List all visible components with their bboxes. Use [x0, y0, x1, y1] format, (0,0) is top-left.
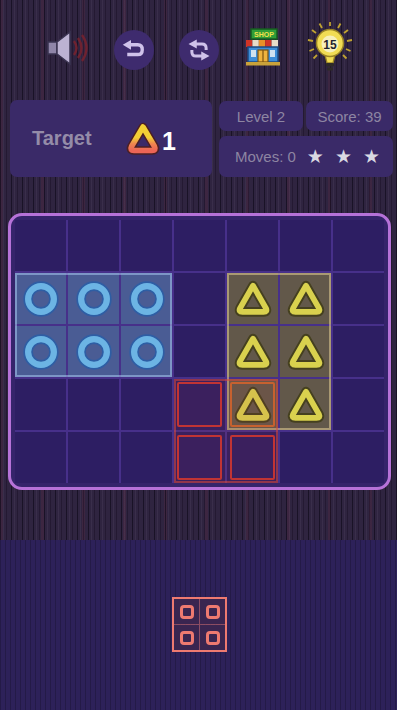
circle-piece — [20, 278, 62, 320]
board-cell-r4c3[interactable] — [174, 432, 225, 483]
shop-icon: SHOP — [243, 26, 283, 70]
tray-cell-r1c0 — [174, 625, 199, 650]
board-cell-r2c0[interactable] — [15, 326, 66, 377]
target-goal: 1 — [126, 100, 176, 177]
svg-text:SHOP: SHOP — [254, 31, 274, 38]
board-cell-r1c2[interactable] — [121, 273, 172, 324]
star-icon: ★ — [335, 147, 352, 166]
square-block-glyph — [180, 605, 194, 619]
board-cell-r4c0[interactable] — [15, 432, 66, 483]
moves-box: Moves: 0 ★ ★ ★ — [219, 136, 393, 177]
board-cell-r4c6[interactable] — [333, 432, 384, 483]
board-cell-r3c4[interactable] — [227, 379, 278, 430]
score-label: Score: 39 — [317, 108, 381, 125]
board-cell-r0c2[interactable] — [121, 220, 172, 271]
svg-text:15: 15 — [323, 38, 337, 52]
tray-cell-r0c0 — [174, 599, 199, 624]
board-cell-r4c1[interactable] — [68, 432, 119, 483]
tray-cell-r1c1 — [200, 625, 225, 650]
board-cell-r0c0[interactable] — [15, 220, 66, 271]
tray-piece-2x2[interactable] — [172, 597, 227, 652]
ghost-preview-square — [230, 382, 275, 427]
board-cell-r3c0[interactable] — [15, 379, 66, 430]
board-cell-r3c5[interactable] — [280, 379, 331, 430]
board-cell-r2c4[interactable] — [227, 326, 278, 377]
circle-piece — [126, 278, 168, 320]
circle-piece — [73, 278, 115, 320]
hint-bulb-icon: 15 — [307, 22, 353, 74]
board-cell-r3c2[interactable] — [121, 379, 172, 430]
star-icon: ★ — [307, 147, 324, 166]
level-box: Level 2 — [219, 101, 303, 131]
board-cell-r1c1[interactable] — [68, 273, 119, 324]
board-grid — [15, 220, 384, 483]
board-cell-r1c0[interactable] — [15, 273, 66, 324]
level-label: Level 2 — [237, 108, 285, 125]
star-icon: ★ — [363, 147, 380, 166]
top-bar: SHOP 15 — [0, 24, 397, 76]
triangle-piece — [285, 278, 327, 320]
board-cell-r0c3[interactable] — [174, 220, 225, 271]
tray-cell-r0c1 — [200, 599, 225, 624]
board-cell-r4c2[interactable] — [121, 432, 172, 483]
stars: ★ ★ ★ — [307, 147, 380, 166]
board-cell-r1c3[interactable] — [174, 273, 225, 324]
board-cell-r1c6[interactable] — [333, 273, 384, 324]
score-box: Score: 39 — [306, 101, 393, 131]
square-block-glyph — [180, 631, 194, 645]
ghost-preview-square — [230, 435, 275, 480]
triangle-piece — [232, 331, 274, 373]
shop-button[interactable]: SHOP — [243, 26, 283, 74]
undo-icon — [119, 35, 149, 65]
board-cell-r0c5[interactable] — [280, 220, 331, 271]
target-triangle-icon — [126, 121, 160, 157]
square-block-glyph — [206, 605, 220, 619]
board-cell-r2c2[interactable] — [121, 326, 172, 377]
board-cell-r2c1[interactable] — [68, 326, 119, 377]
board-cell-r3c3[interactable] — [174, 379, 225, 430]
restart-button[interactable] — [179, 30, 219, 70]
board-cell-r2c3[interactable] — [174, 326, 225, 377]
board-cell-r4c5[interactable] — [280, 432, 331, 483]
speaker-icon — [44, 28, 90, 68]
target-panel: Target 1 — [10, 100, 212, 177]
board-cell-r0c6[interactable] — [333, 220, 384, 271]
ghost-preview-square — [177, 435, 222, 480]
board-cell-r3c6[interactable] — [333, 379, 384, 430]
header: Target 1 Level 2 Score: 39 Moves: 0 ★ ★ — [10, 100, 393, 178]
hint-button[interactable]: 15 — [307, 22, 353, 78]
moves-label: Moves: 0 — [235, 148, 296, 165]
square-block-glyph — [206, 631, 220, 645]
circle-piece — [73, 331, 115, 373]
board-cell-r1c5[interactable] — [280, 273, 331, 324]
sound-button[interactable] — [44, 28, 90, 72]
board-cell-r2c6[interactable] — [333, 326, 384, 377]
board-cell-r2c5[interactable] — [280, 326, 331, 377]
triangle-piece — [285, 331, 327, 373]
board-cell-r0c4[interactable] — [227, 220, 278, 271]
board-cell-r4c4[interactable] — [227, 432, 278, 483]
ghost-preview-square — [177, 382, 222, 427]
board-cell-r3c1[interactable] — [68, 379, 119, 430]
restart-icon — [184, 35, 214, 65]
triangle-piece — [285, 384, 327, 426]
undo-button[interactable] — [114, 30, 154, 70]
circle-piece — [126, 331, 168, 373]
board-cell-r0c1[interactable] — [68, 220, 119, 271]
target-label: Target — [32, 127, 92, 150]
triangle-piece — [232, 278, 274, 320]
circle-piece — [20, 331, 62, 373]
target-count: 1 — [162, 127, 176, 156]
board-cell-r1c4[interactable] — [227, 273, 278, 324]
game-board — [8, 213, 391, 490]
